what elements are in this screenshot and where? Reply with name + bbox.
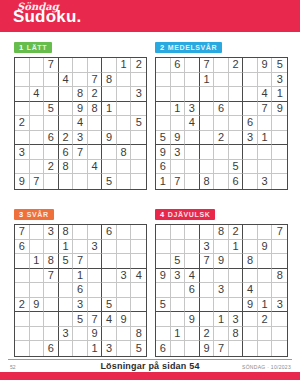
puzzle2-cell-r5c9 — [272, 116, 287, 131]
puzzle2-cell-r2c9: 3 — [272, 73, 287, 88]
puzzle3-cell-r5c3 — [44, 283, 59, 298]
puzzle3-cell-r1c9 — [131, 225, 146, 240]
puzzle3-cell-r8c9: 8 — [131, 327, 146, 342]
puzzle4-cell-r3c8 — [258, 254, 273, 269]
puzzle1-cell-r8c2 — [30, 160, 45, 175]
puzzle2-cell-r5c1 — [156, 116, 171, 131]
puzzle1-cell-r2c1 — [15, 73, 30, 88]
puzzle3-cell-r6c4 — [59, 298, 74, 313]
puzzle3-cell-r6c6 — [88, 298, 103, 313]
puzzle2-cell-r6c7: 3 — [243, 131, 258, 146]
puzzle3-cell-r6c2: 9 — [30, 298, 45, 313]
puzzle4-cell-r1c6: 2 — [229, 225, 244, 240]
puzzle4-cell-r5c1 — [156, 283, 171, 298]
puzzle1-cell-r4c8 — [117, 102, 132, 117]
puzzle2-cell-r4c6 — [229, 102, 244, 117]
puzzle3-cell-r2c1: 6 — [15, 240, 30, 255]
puzzle2-cell-r3c1 — [156, 87, 171, 102]
puzzle3-cell-r2c3 — [44, 240, 59, 255]
puzzle4-cell-r2c7 — [243, 240, 258, 255]
puzzle4-cell-r7c4 — [200, 312, 215, 327]
puzzle2-cell-r5c5 — [214, 116, 229, 131]
puzzle3-cell-r4c1 — [15, 269, 30, 284]
puzzle3-cell-r2c6: 3 — [88, 240, 103, 255]
puzzle3-cell-r5c8 — [117, 283, 132, 298]
puzzle2-cell-r3c6 — [229, 87, 244, 102]
puzzle3-cell-r8c8 — [117, 327, 132, 342]
puzzle3-cell-r7c8: 9 — [117, 312, 132, 327]
badge-number: 1 — [19, 43, 24, 52]
puzzle2-cell-r9c5 — [214, 174, 229, 189]
puzzle3-cell-r1c7: 6 — [102, 225, 117, 240]
puzzle4-cell-r7c9 — [272, 312, 287, 327]
puzzle2-cell-r8c1: 6 — [156, 160, 171, 175]
puzzle2-cell-r7c3 — [185, 145, 200, 160]
puzzle1-cell-r8c8 — [117, 160, 132, 175]
puzzle4-cell-r1c3 — [185, 225, 200, 240]
puzzle2-cell-r9c8: 3 — [258, 174, 273, 189]
puzzle4-cell-r2c2 — [171, 240, 186, 255]
puzzle1-cell-r2c7: 8 — [102, 73, 117, 88]
puzzle2-cell-r3c9: 1 — [272, 87, 287, 102]
puzzle1-cell-r1c9: 2 — [131, 58, 146, 73]
puzzle2-cell-r4c3: 3 — [185, 102, 200, 117]
puzzle3-cell-r3c8 — [117, 254, 132, 269]
puzzle1-cell-r3c2: 4 — [30, 87, 45, 102]
puzzle3-cell-r6c7: 5 — [102, 298, 117, 313]
puzzle2-cell-r6c4 — [200, 131, 215, 146]
puzzle3-cell-r3c7 — [102, 254, 117, 269]
puzzle3-cell-r1c2 — [30, 225, 45, 240]
puzzle2-cell-r4c9: 9 — [272, 102, 287, 117]
puzzle2-cell-r4c7 — [243, 102, 258, 117]
puzzle1-cell-r9c7: 5 — [102, 174, 117, 189]
puzzle3-cell-r6c8 — [117, 298, 132, 313]
puzzle2-cell-r4c5: 6 — [214, 102, 229, 117]
puzzle4-cell-r9c7 — [243, 341, 258, 356]
puzzle1-cell-r1c2 — [30, 58, 45, 73]
footer-divider — [8, 359, 292, 360]
puzzle1-cell-r9c3 — [44, 174, 59, 189]
puzzle3-cell-r1c1: 7 — [15, 225, 30, 240]
puzzle2-cell-r9c9 — [272, 174, 287, 189]
puzzle1-cell-r6c3: 6 — [44, 131, 59, 146]
puzzle3-cell-r1c4: 8 — [59, 225, 74, 240]
puzzle4-cell-r7c3: 9 — [185, 312, 200, 327]
puzzle3-cell-r8c1 — [15, 327, 30, 342]
puzzle4-cell-r6c8: 1 — [258, 298, 273, 313]
puzzle1-cell-r1c4 — [59, 58, 74, 73]
puzzle3-cell-r6c3 — [44, 298, 59, 313]
puzzle1-cell-r5c3 — [44, 116, 59, 131]
puzzle1-cell-r5c7 — [102, 116, 117, 131]
puzzle2-cell-r9c4: 8 — [200, 174, 215, 189]
puzzle1-cell-r4c3: 5 — [44, 102, 59, 117]
puzzle3-cell-r2c7 — [102, 240, 117, 255]
puzzle3-cell-r2c8 — [117, 240, 132, 255]
puzzle4-cell-r9c8 — [258, 341, 273, 356]
puzzle-2-medium: 2 MEDELSVÅR 6729513411367946592319365178… — [155, 36, 288, 190]
puzzle1-cell-r3c1 — [15, 87, 30, 102]
puzzle2-cell-r1c7 — [243, 58, 258, 73]
puzzle3-cell-r5c7 — [102, 283, 117, 298]
puzzle3-cell-r5c6 — [88, 283, 103, 298]
badge-number: 3 — [19, 210, 24, 219]
puzzle2-cell-r9c6: 6 — [229, 174, 244, 189]
puzzle2-cell-r9c7 — [243, 174, 258, 189]
puzzle4-cell-r3c2: 5 — [171, 254, 186, 269]
puzzle3-cell-r9c7: 3 — [102, 341, 117, 356]
puzzle3-cell-r8c4: 3 — [59, 327, 74, 342]
puzzle4-cell-r5c5: 3 — [214, 283, 229, 298]
puzzle4-cell-r5c4 — [200, 283, 215, 298]
puzzle2-cell-r5c6 — [229, 116, 244, 131]
puzzle4-cell-r4c8 — [258, 269, 273, 284]
puzzle1-cell-r8c4: 8 — [59, 160, 74, 175]
puzzle4-cell-r2c8: 9 — [258, 240, 273, 255]
badge-label: DJÄVULSK — [168, 211, 211, 218]
puzzle3-cell-r2c5 — [73, 240, 88, 255]
puzzle3-cell-r4c7 — [102, 269, 117, 284]
puzzle2-cell-r9c3 — [185, 174, 200, 189]
puzzle1-cell-r5c6 — [88, 116, 103, 131]
puzzle1-cell-r6c4: 2 — [59, 131, 74, 146]
sudoku-grid-3: 7386613185771346293557493986135 — [14, 224, 147, 357]
puzzle4-cell-r4c1: 9 — [156, 269, 171, 284]
puzzle1-cell-r7c2 — [30, 145, 45, 160]
puzzle4-cell-r1c5: 8 — [214, 225, 229, 240]
puzzle4-cell-r8c8 — [258, 327, 273, 342]
puzzle4-cell-r8c1 — [156, 327, 171, 342]
puzzle2-cell-r7c1: 9 — [156, 145, 171, 160]
puzzle1-cell-r1c6 — [88, 58, 103, 73]
puzzle2-cell-r9c2: 7 — [171, 174, 186, 189]
puzzle2-cell-r5c7: 6 — [243, 116, 258, 131]
puzzle3-cell-r8c7 — [102, 327, 117, 342]
puzzle1-cell-r5c4 — [59, 116, 74, 131]
puzzle4-cell-r9c1: 6 — [156, 341, 171, 356]
puzzle2-cell-r3c2 — [171, 87, 186, 102]
puzzle4-cell-r3c3 — [185, 254, 200, 269]
puzzle3-cell-r3c6 — [88, 254, 103, 269]
puzzle1-cell-r7c6 — [88, 145, 103, 160]
puzzle3-cell-r4c4 — [59, 269, 74, 284]
puzzle2-cell-r2c3 — [185, 73, 200, 88]
puzzle4-cell-r4c9: 8 — [272, 269, 287, 284]
puzzle3-cell-r9c3: 6 — [44, 341, 59, 356]
puzzle3-cell-r2c2 — [30, 240, 45, 255]
puzzle2-cell-r1c2: 6 — [171, 58, 186, 73]
puzzle2-cell-r3c8: 4 — [258, 87, 273, 102]
difficulty-badge-devilish: 4 DJÄVULSK — [155, 209, 215, 220]
puzzle4-cell-r4c7 — [243, 269, 258, 284]
puzzle1-cell-r6c1 — [15, 131, 30, 146]
puzzle1-cell-r8c9 — [131, 160, 146, 175]
puzzle2-cell-r9c1: 1 — [156, 174, 171, 189]
puzzle2-cell-r8c3 — [185, 160, 200, 175]
puzzle3-cell-r8c2 — [30, 327, 45, 342]
puzzle4-cell-r6c7: 9 — [243, 298, 258, 313]
puzzle2-cell-r7c7 — [243, 145, 258, 160]
puzzle2-cell-r2c8 — [258, 73, 273, 88]
puzzle2-cell-r4c4 — [200, 102, 215, 117]
puzzle2-cell-r7c9 — [272, 145, 287, 160]
puzzle3-cell-r9c9: 5 — [131, 341, 146, 356]
puzzle4-cell-r9c2 — [171, 341, 186, 356]
puzzle1-cell-r6c8 — [117, 131, 132, 146]
puzzle3-cell-r7c5: 5 — [73, 312, 88, 327]
puzzle1-cell-r9c1: 9 — [15, 174, 30, 189]
puzzle1-cell-r3c8 — [117, 87, 132, 102]
puzzle3-cell-r5c5: 6 — [73, 283, 88, 298]
puzzle2-cell-r1c4: 7 — [200, 58, 215, 73]
puzzle3-cell-r3c9 — [131, 254, 146, 269]
puzzle3-cell-r9c8 — [117, 341, 132, 356]
puzzle1-cell-r7c4: 6 — [59, 145, 74, 160]
puzzle2-cell-r8c7 — [243, 160, 258, 175]
puzzle4-cell-r1c1 — [156, 225, 171, 240]
sudoku-logo: Söndag Sudoku. — [13, 2, 81, 25]
puzzle2-cell-r1c1 — [156, 58, 171, 73]
sudoku-grid-4: 8273195798934863459139132128697 — [155, 224, 288, 357]
puzzle2-cell-r5c8 — [258, 116, 273, 131]
logo-script-text: Söndag — [17, 2, 81, 11]
puzzle1-cell-r7c8: 8 — [117, 145, 132, 160]
puzzle2-cell-r1c9: 5 — [272, 58, 287, 73]
puzzle1-cell-r5c9: 5 — [131, 116, 146, 131]
puzzle3-cell-r9c1 — [15, 341, 30, 356]
puzzle4-cell-r3c9 — [272, 254, 287, 269]
puzzle4-cell-r9c6 — [229, 341, 244, 356]
puzzle4-cell-r4c2: 3 — [171, 269, 186, 284]
puzzle1-cell-r7c7 — [102, 145, 117, 160]
puzzle4-cell-r6c3 — [185, 298, 200, 313]
puzzle3-cell-r4c2 — [30, 269, 45, 284]
puzzle3-cell-r4c6 — [88, 269, 103, 284]
puzzle1-cell-r2c8 — [117, 73, 132, 88]
puzzle4-cell-r7c2 — [171, 312, 186, 327]
puzzle1-cell-r3c6: 2 — [88, 87, 103, 102]
puzzle1-cell-r5c1: 2 — [15, 116, 30, 131]
puzzle3-cell-r8c5 — [73, 327, 88, 342]
puzzle3-cell-r3c2: 1 — [30, 254, 45, 269]
puzzle1-cell-r9c5 — [73, 174, 88, 189]
badge-label: LÄTT — [27, 44, 47, 51]
puzzle1-cell-r1c8: 1 — [117, 58, 132, 73]
puzzle3-cell-r7c9 — [131, 312, 146, 327]
puzzle3-cell-r4c9: 4 — [131, 269, 146, 284]
puzzle3-cell-r9c5 — [73, 341, 88, 356]
puzzle2-cell-r5c2 — [171, 116, 186, 131]
puzzle3-cell-r1c5 — [73, 225, 88, 240]
puzzle1-cell-r8c3: 2 — [44, 160, 59, 175]
puzzle3-cell-r7c2 — [30, 312, 45, 327]
puzzle4-cell-r8c7 — [243, 327, 258, 342]
puzzle1-cell-r5c2 — [30, 116, 45, 131]
puzzle4-cell-r8c9 — [272, 327, 287, 342]
puzzle1-cell-r3c3 — [44, 87, 59, 102]
puzzle4-cell-r1c7 — [243, 225, 258, 240]
puzzle2-cell-r4c2: 1 — [171, 102, 186, 117]
puzzle4-cell-r6c4 — [200, 298, 215, 313]
puzzle1-cell-r2c3 — [44, 73, 59, 88]
puzzle4-cell-r3c4: 7 — [200, 254, 215, 269]
puzzle4-cell-r9c9 — [272, 341, 287, 356]
puzzle1-cell-r9c4 — [59, 174, 74, 189]
puzzle2-cell-r5c3: 4 — [185, 116, 200, 131]
puzzle1-cell-r4c4 — [59, 102, 74, 117]
puzzle2-cell-r8c6: 5 — [229, 160, 244, 175]
puzzle2-cell-r3c3 — [185, 87, 200, 102]
puzzle4-cell-r4c6 — [229, 269, 244, 284]
puzzle3-cell-r5c2 — [30, 283, 45, 298]
puzzle1-cell-r2c2 — [30, 73, 45, 88]
puzzle2-cell-r6c2: 9 — [171, 131, 186, 146]
puzzle3-cell-r7c4 — [59, 312, 74, 327]
puzzle1-cell-r2c5 — [73, 73, 88, 88]
puzzle1-cell-r4c2 — [30, 102, 45, 117]
puzzle2-cell-r1c6: 2 — [229, 58, 244, 73]
puzzle1-cell-r7c1: 3 — [15, 145, 30, 160]
puzzle4-cell-r3c6 — [229, 254, 244, 269]
puzzle3-cell-r7c7: 4 — [102, 312, 117, 327]
puzzle1-cell-r1c7 — [102, 58, 117, 73]
sudoku-grid-2: 672951341136794659231936517863 — [155, 57, 288, 190]
puzzle1-cell-r2c6: 7 — [88, 73, 103, 88]
puzzle3-cell-r5c4 — [59, 283, 74, 298]
difficulty-badge-medium: 2 MEDELSVÅR — [155, 42, 222, 53]
puzzle2-cell-r7c8 — [258, 145, 273, 160]
puzzle4-cell-r9c5: 7 — [214, 341, 229, 356]
puzzle2-cell-r2c1 — [156, 73, 171, 88]
puzzle3-cell-r9c6: 1 — [88, 341, 103, 356]
puzzle3-cell-r9c2 — [30, 341, 45, 356]
puzzle4-cell-r6c9: 3 — [272, 298, 287, 313]
puzzle1-cell-r6c2 — [30, 131, 45, 146]
bottom-red-bar — [0, 372, 300, 380]
puzzle2-cell-r3c7 — [243, 87, 258, 102]
puzzle3-cell-r8c6: 9 — [88, 327, 103, 342]
puzzle4-cell-r1c8 — [258, 225, 273, 240]
puzzle1-cell-r3c5: 8 — [73, 87, 88, 102]
masthead-bar: Söndag Sudoku. — [0, 0, 300, 32]
puzzle3-cell-r7c6: 7 — [88, 312, 103, 327]
puzzle4-cell-r5c2 — [171, 283, 186, 298]
puzzle1-cell-r5c5: 4 — [73, 116, 88, 131]
puzzle2-cell-r6c5: 2 — [214, 131, 229, 146]
puzzle3-cell-r3c1 — [15, 254, 30, 269]
puzzle1-cell-r7c5: 7 — [73, 145, 88, 160]
difficulty-badge-hard: 3 SVÅR — [14, 209, 54, 220]
puzzle4-cell-r5c6 — [229, 283, 244, 298]
puzzle3-cell-r3c5: 7 — [73, 254, 88, 269]
puzzle1-cell-r8c7 — [102, 160, 117, 175]
puzzle2-cell-r2c4: 1 — [200, 73, 215, 88]
puzzle1-cell-r7c3 — [44, 145, 59, 160]
puzzle3-cell-r2c4: 1 — [59, 240, 74, 255]
puzzle4-cell-r6c1: 5 — [156, 298, 171, 313]
puzzle2-cell-r5c4 — [200, 116, 215, 131]
puzzle1-cell-r3c4 — [59, 87, 74, 102]
puzzle1-cell-r6c6 — [88, 131, 103, 146]
puzzle1-cell-r3c7 — [102, 87, 117, 102]
puzzle4-cell-r1c4 — [200, 225, 215, 240]
puzzle3-cell-r4c5: 1 — [73, 269, 88, 284]
puzzle1-cell-r6c5: 3 — [73, 131, 88, 146]
puzzle2-cell-r2c7 — [243, 73, 258, 88]
puzzle-4-devilish: 4 DJÄVULSK 82731957989348634591391321286… — [155, 203, 288, 357]
puzzle2-cell-r3c4 — [200, 87, 215, 102]
puzzle4-cell-r2c4: 3 — [200, 240, 215, 255]
puzzle3-cell-r4c3: 7 — [44, 269, 59, 284]
puzzle2-cell-r4c8: 7 — [258, 102, 273, 117]
puzzle3-cell-r3c4: 5 — [59, 254, 74, 269]
puzzle3-cell-r3c3: 8 — [44, 254, 59, 269]
puzzle2-cell-r7c6 — [229, 145, 244, 160]
puzzle2-cell-r6c6 — [229, 131, 244, 146]
puzzle4-cell-r7c7 — [243, 312, 258, 327]
puzzle2-cell-r7c5 — [214, 145, 229, 160]
puzzle4-cell-r4c5 — [214, 269, 229, 284]
puzzle1-cell-r1c1 — [15, 58, 30, 73]
puzzle4-cell-r6c2 — [171, 298, 186, 313]
puzzle1-cell-r9c8 — [117, 174, 132, 189]
puzzle4-cell-r8c5 — [214, 327, 229, 342]
puzzle4-cell-r2c6: 1 — [229, 240, 244, 255]
puzzle4-cell-r1c2 — [171, 225, 186, 240]
puzzle3-cell-r6c5: 3 — [73, 298, 88, 313]
puzzle3-cell-r6c9 — [131, 298, 146, 313]
puzzle1-cell-r4c1 — [15, 102, 30, 117]
page-number: 52 — [10, 364, 16, 370]
puzzle2-cell-r2c6 — [229, 73, 244, 88]
puzzle1-cell-r8c5 — [73, 160, 88, 175]
puzzle3-cell-r1c3: 3 — [44, 225, 59, 240]
puzzle4-cell-r6c5 — [214, 298, 229, 313]
puzzle4-cell-r3c1 — [156, 254, 171, 269]
puzzle1-cell-r2c9 — [131, 73, 146, 88]
puzzle4-cell-r1c9: 7 — [272, 225, 287, 240]
badge-number: 4 — [160, 210, 165, 219]
puzzle1-cell-r5c8 — [117, 116, 132, 131]
puzzle1-cell-r3c9: 3 — [131, 87, 146, 102]
difficulty-badge-easy: 1 LÄTT — [14, 42, 52, 53]
puzzle4-cell-r8c2: 1 — [171, 327, 186, 342]
puzzle4-cell-r2c9 — [272, 240, 287, 255]
puzzle4-cell-r8c6: 8 — [229, 327, 244, 342]
puzzle3-cell-r8c3 — [44, 327, 59, 342]
puzzle4-cell-r3c5: 9 — [214, 254, 229, 269]
badge-label: MEDELSVÅR — [168, 44, 217, 51]
puzzle2-cell-r1c3 — [185, 58, 200, 73]
puzzle4-cell-r8c3 — [185, 327, 200, 342]
puzzle4-cell-r4c4 — [200, 269, 215, 284]
puzzle4-cell-r2c5 — [214, 240, 229, 255]
puzzle4-cell-r9c4: 9 — [200, 341, 215, 356]
puzzle1-cell-r6c9 — [131, 131, 146, 146]
puzzle1-cell-r4c6: 8 — [88, 102, 103, 117]
puzzle4-cell-r7c1 — [156, 312, 171, 327]
puzzle4-cell-r2c1 — [156, 240, 171, 255]
puzzle3-cell-r2c9 — [131, 240, 146, 255]
puzzle2-cell-r6c9 — [272, 131, 287, 146]
puzzle2-cell-r8c9 — [272, 160, 287, 175]
puzzle2-cell-r1c8: 9 — [258, 58, 273, 73]
puzzle4-cell-r5c3: 6 — [185, 283, 200, 298]
puzzle2-cell-r6c3 — [185, 131, 200, 146]
puzzle4-cell-r7c5: 1 — [214, 312, 229, 327]
puzzle4-cell-r5c9 — [272, 283, 287, 298]
